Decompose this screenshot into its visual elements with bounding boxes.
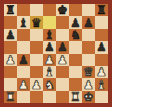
square-a7[interactable] xyxy=(4,16,17,28)
square-h8[interactable]: ♜ xyxy=(95,4,108,16)
piece-black-pawn-icon[interactable]: ♟ xyxy=(57,41,68,53)
piece-white-pawn-icon[interactable]: ♟ xyxy=(18,78,29,90)
square-c8[interactable] xyxy=(30,4,43,16)
piece-white-pawn-icon[interactable]: ♟ xyxy=(96,66,107,78)
piece-white-pawn-icon[interactable]: ♟ xyxy=(31,78,42,90)
piece-black-knight-icon[interactable]: ♞ xyxy=(70,29,81,41)
square-g2[interactable]: ♟ xyxy=(82,78,95,90)
square-c5[interactable] xyxy=(30,41,43,53)
piece-black-king-icon[interactable]: ♚ xyxy=(57,4,68,16)
square-a1[interactable]: ♜ xyxy=(4,91,17,103)
square-e6[interactable] xyxy=(56,29,69,41)
square-f7[interactable]: ♟ xyxy=(69,16,82,28)
square-c6[interactable] xyxy=(30,29,43,41)
square-e3[interactable] xyxy=(56,66,69,78)
piece-black-pawn-icon[interactable]: ♟ xyxy=(96,41,107,53)
piece-white-knight-icon[interactable]: ♞ xyxy=(44,78,55,90)
square-a8[interactable]: ♜ xyxy=(4,4,17,16)
square-e4[interactable]: ♟ xyxy=(56,54,69,66)
square-g5[interactable] xyxy=(82,41,95,53)
square-e8[interactable]: ♚ xyxy=(56,4,69,16)
square-a6[interactable]: ♟ xyxy=(4,29,17,41)
square-f4[interactable] xyxy=(69,54,82,66)
piece-black-rook-icon[interactable]: ♜ xyxy=(5,4,16,16)
square-c7[interactable]: ♛ xyxy=(30,16,43,28)
square-b6[interactable] xyxy=(17,29,30,41)
piece-black-rook-icon[interactable]: ♜ xyxy=(96,4,107,16)
square-h4[interactable] xyxy=(95,54,108,66)
square-d7[interactable] xyxy=(43,16,56,28)
square-f8[interactable] xyxy=(69,4,82,16)
square-h1[interactable] xyxy=(95,91,108,103)
square-f3[interactable] xyxy=(69,66,82,78)
piece-black-pawn-icon[interactable]: ♟ xyxy=(18,54,29,66)
square-g4[interactable] xyxy=(82,54,95,66)
piece-white-queen-icon[interactable]: ♛ xyxy=(83,66,94,78)
square-b2[interactable]: ♟ xyxy=(17,78,30,90)
square-e7[interactable] xyxy=(56,16,69,28)
square-d2[interactable]: ♞ xyxy=(43,78,56,90)
piece-white-rook-icon[interactable]: ♜ xyxy=(70,91,81,103)
square-g7[interactable]: ♟ xyxy=(82,16,95,28)
square-b7[interactable]: ♝ xyxy=(17,16,30,28)
square-d8[interactable] xyxy=(43,4,56,16)
square-h5[interactable]: ♟ xyxy=(95,41,108,53)
piece-black-queen-icon[interactable]: ♛ xyxy=(31,16,42,28)
square-d1[interactable] xyxy=(43,91,56,103)
square-g1[interactable]: ♚ xyxy=(82,91,95,103)
square-d4[interactable]: ♟ xyxy=(43,54,56,66)
piece-white-pawn-icon[interactable]: ♟ xyxy=(57,54,68,66)
square-g3[interactable]: ♛ xyxy=(82,66,95,78)
square-d5[interactable]: ♟ xyxy=(43,41,56,53)
piece-black-bishop-icon[interactable]: ♝ xyxy=(44,29,55,41)
chess-board: ♜♚♜♝♛♟♟♟♝♞♟♟♟♟♟♟♟♝♛♟♟♟♞♟♝♜♜♚ xyxy=(4,4,108,103)
piece-white-pawn-icon[interactable]: ♟ xyxy=(44,54,55,66)
square-b5[interactable] xyxy=(17,41,30,53)
square-f5[interactable] xyxy=(69,41,82,53)
square-f6[interactable]: ♞ xyxy=(69,29,82,41)
square-c3[interactable] xyxy=(30,66,43,78)
square-f2[interactable] xyxy=(69,78,82,90)
square-a4[interactable]: ♟ xyxy=(4,54,17,66)
square-f1[interactable]: ♜ xyxy=(69,91,82,103)
square-c1[interactable] xyxy=(30,91,43,103)
piece-black-pawn-icon[interactable]: ♟ xyxy=(5,29,16,41)
piece-black-pawn-icon[interactable]: ♟ xyxy=(83,16,94,28)
square-a2[interactable] xyxy=(4,78,17,90)
square-e5[interactable]: ♟ xyxy=(56,41,69,53)
piece-black-pawn-icon[interactable]: ♟ xyxy=(44,41,55,53)
chess-board-frame: ♜♚♜♝♛♟♟♟♝♞♟♟♟♟♟♟♟♝♛♟♟♟♞♟♝♜♜♚ xyxy=(0,0,112,107)
square-h2[interactable]: ♝ xyxy=(95,78,108,90)
square-d6[interactable]: ♝ xyxy=(43,29,56,41)
square-b4[interactable]: ♟ xyxy=(17,54,30,66)
piece-white-bishop-icon[interactable]: ♝ xyxy=(96,78,107,90)
piece-white-rook-icon[interactable]: ♜ xyxy=(5,91,16,103)
square-h3[interactable]: ♟ xyxy=(95,66,108,78)
square-b3[interactable] xyxy=(17,66,30,78)
square-a5[interactable] xyxy=(4,41,17,53)
piece-white-king-icon[interactable]: ♚ xyxy=(83,91,94,103)
square-g6[interactable] xyxy=(82,29,95,41)
square-h7[interactable] xyxy=(95,16,108,28)
piece-black-bishop-icon[interactable]: ♝ xyxy=(18,16,29,28)
page-background: { "game": "chess", "position": { "fen": … xyxy=(0,0,147,110)
piece-white-pawn-icon[interactable]: ♟ xyxy=(5,54,16,66)
square-d3[interactable]: ♝ xyxy=(43,66,56,78)
square-g8[interactable] xyxy=(82,4,95,16)
square-c4[interactable] xyxy=(30,54,43,66)
square-b8[interactable] xyxy=(17,4,30,16)
square-h6[interactable] xyxy=(95,29,108,41)
square-a3[interactable] xyxy=(4,66,17,78)
square-c2[interactable]: ♟ xyxy=(30,78,43,90)
piece-black-pawn-icon[interactable]: ♟ xyxy=(70,16,81,28)
square-b1[interactable] xyxy=(17,91,30,103)
piece-white-pawn-icon[interactable]: ♟ xyxy=(83,78,94,90)
piece-white-bishop-icon[interactable]: ♝ xyxy=(44,66,55,78)
square-e1[interactable] xyxy=(56,91,69,103)
square-e2[interactable] xyxy=(56,78,69,90)
